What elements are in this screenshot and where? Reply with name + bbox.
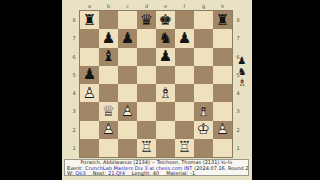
board-panel: abcdefgh abcdefgh 87654321 87654321 ♜♛♚♜…	[62, 0, 252, 180]
square-e6[interactable]: ♟	[156, 48, 175, 66]
square-g8[interactable]	[194, 11, 213, 29]
square-c2[interactable]	[118, 121, 137, 139]
file-label-top-b: b	[99, 2, 118, 9]
square-b4[interactable]	[99, 84, 118, 102]
white-queen-outline: ♕	[99, 102, 118, 120]
square-d4[interactable]	[137, 84, 156, 102]
square-a5[interactable]: ♟	[80, 66, 99, 84]
rank-label-left-5: 5	[69, 66, 79, 84]
file-label-top-a: a	[80, 2, 99, 9]
square-f6[interactable]	[175, 48, 194, 66]
black-pawn[interactable]: ♟	[80, 66, 99, 84]
square-f5[interactable]	[175, 66, 194, 84]
game-info-footer: Porwich, Abbilwanus (2134) -- Teichsen, …	[64, 159, 249, 176]
white-rook-outline: ♖	[175, 139, 194, 157]
rank-label-right-3: 3	[233, 102, 243, 120]
square-a3[interactable]	[80, 102, 99, 120]
square-a1[interactable]	[80, 139, 99, 157]
white-pawn[interactable]: ♟♙	[99, 121, 118, 139]
square-c7[interactable]: ♟	[118, 29, 137, 47]
white-king[interactable]: ♚♔	[194, 121, 213, 139]
black-queen[interactable]: ♛	[137, 11, 156, 29]
rank-label-left-1: 1	[69, 139, 79, 157]
square-g6[interactable]	[194, 48, 213, 66]
white-pawn-outline: ♙	[99, 121, 118, 139]
material-value: -1	[190, 171, 195, 176]
square-g1[interactable]	[194, 139, 213, 157]
black-pawn[interactable]: ♟	[99, 29, 118, 47]
square-f7[interactable]: ♟	[175, 29, 194, 47]
white-bishop[interactable]: ♝♗	[156, 84, 175, 102]
square-b5[interactable]	[99, 66, 118, 84]
next-move-link[interactable]: 21.Qf4	[108, 171, 125, 176]
square-c3[interactable]: ♟♙	[118, 102, 137, 120]
white-pawn[interactable]: ♟♙	[213, 121, 232, 139]
square-c6[interactable]	[118, 48, 137, 66]
square-d5[interactable]	[137, 66, 156, 84]
square-g7[interactable]	[194, 29, 213, 47]
square-b7[interactable]: ♟	[99, 29, 118, 47]
white-pawn-outline: ♙	[213, 121, 232, 139]
black-bishop-glyph: ♝	[99, 48, 118, 66]
square-h4[interactable]	[213, 84, 232, 102]
square-e4[interactable]: ♝♗	[156, 84, 175, 102]
square-e7[interactable]: ♞	[156, 29, 175, 47]
square-e3[interactable]	[156, 102, 175, 120]
white-rook-outline: ♖	[137, 139, 156, 157]
black-king[interactable]: ♚	[156, 11, 175, 29]
white-pawn[interactable]: ♟♙	[80, 84, 99, 102]
square-g3[interactable]: ♝♗	[194, 102, 213, 120]
rank-label-left-6: 6	[69, 48, 79, 66]
white-bishop[interactable]: ♝♗	[194, 102, 213, 120]
white-bishop-outline: ♗	[156, 84, 175, 102]
screenshot-stage: abcdefgh abcdefgh 87654321 87654321 ♜♛♚♜…	[0, 0, 320, 180]
rank-label-left-2: 2	[69, 121, 79, 139]
white-bishop-extra-icon: ♗	[238, 77, 247, 88]
black-pawn[interactable]: ♟	[175, 29, 194, 47]
side-to-move-label: W:	[67, 171, 73, 176]
square-d7[interactable]	[137, 29, 156, 47]
black-knight-glyph: ♞	[156, 29, 175, 47]
square-f3[interactable]	[175, 102, 194, 120]
file-label-top-e: e	[156, 2, 175, 9]
square-f2[interactable]	[175, 121, 194, 139]
square-h5[interactable]	[213, 66, 232, 84]
square-h6[interactable]	[213, 48, 232, 66]
black-rook[interactable]: ♜	[80, 11, 99, 29]
rank-label-right-7: 7	[233, 29, 243, 47]
square-h1[interactable]	[213, 139, 232, 157]
event-label: Event:	[67, 166, 83, 171]
black-rook-glyph: ♜	[80, 11, 99, 29]
chess-board[interactable]: ♜♛♚♜♟♟♞♟♝♟♟♟♙♝♗♛♕♟♙♝♗♟♙♚♔♟♙♜♖♜♖	[80, 11, 232, 157]
square-c8[interactable]	[118, 11, 137, 29]
current-move-link[interactable]: Qb3	[75, 171, 85, 176]
next-label: Next:	[93, 171, 106, 176]
square-a6[interactable]	[80, 48, 99, 66]
black-pawn-glyph: ♟	[118, 29, 137, 47]
file-label-top-g: g	[194, 2, 213, 9]
event-name-link[interactable]: CrunchLab Masters Div 3 at chess.com INT	[85, 166, 192, 171]
black-queen-glyph: ♛	[137, 11, 156, 29]
rank-labels-left: 87654321	[69, 11, 79, 157]
white-bishop-outline: ♗	[194, 102, 213, 120]
black-pawn[interactable]: ♟	[156, 48, 175, 66]
square-e8[interactable]: ♚	[156, 11, 175, 29]
rank-label-left-7: 7	[69, 29, 79, 47]
white-pawn-outline: ♙	[118, 102, 137, 120]
file-label-top-c: c	[118, 2, 137, 9]
square-e2[interactable]	[156, 121, 175, 139]
length-value: 40	[153, 171, 159, 176]
square-b6[interactable]: ♝	[99, 48, 118, 66]
square-b1[interactable]	[99, 139, 118, 157]
black-pawn-extra-icon: ♟	[238, 55, 247, 66]
square-g5[interactable]	[194, 66, 213, 84]
square-d3[interactable]	[137, 102, 156, 120]
black-knight[interactable]: ♞	[156, 29, 175, 47]
square-e5[interactable]	[156, 66, 175, 84]
file-label-top-h: h	[213, 2, 232, 9]
square-c5[interactable]	[118, 66, 137, 84]
square-b2[interactable]: ♟♙	[99, 121, 118, 139]
square-h8[interactable]: ♜	[213, 11, 232, 29]
square-d1[interactable]: ♜♖	[137, 139, 156, 157]
square-c4[interactable]	[118, 84, 137, 102]
square-g4[interactable]	[194, 84, 213, 102]
square-b8[interactable]	[99, 11, 118, 29]
rank-label-right-1: 1	[233, 139, 243, 157]
status-line: W:Qb3Next:21.Qf4Length:40Material:-1	[65, 171, 248, 177]
square-h3[interactable]	[213, 102, 232, 120]
black-knight-extra-icon: ♞	[238, 66, 247, 77]
square-a8[interactable]: ♜	[80, 11, 99, 29]
white-pawn-outline: ♙	[80, 84, 99, 102]
rank-label-right-8: 8	[233, 11, 243, 29]
square-a7[interactable]	[80, 29, 99, 47]
black-pawn-glyph: ♟	[156, 48, 175, 66]
square-f4[interactable]	[175, 84, 194, 102]
square-c1[interactable]	[118, 139, 137, 157]
black-rook-glyph: ♜	[213, 11, 232, 29]
black-king-glyph: ♚	[156, 11, 175, 29]
black-pawn[interactable]: ♟	[118, 29, 137, 47]
black-bishop[interactable]: ♝	[99, 48, 118, 66]
square-d8[interactable]: ♛	[137, 11, 156, 29]
black-pawn-glyph: ♟	[99, 29, 118, 47]
square-f8[interactable]	[175, 11, 194, 29]
square-d6[interactable]	[137, 48, 156, 66]
file-label-top-f: f	[175, 2, 194, 9]
rank-label-left-4: 4	[69, 84, 79, 102]
rank-label-right-2: 2	[233, 121, 243, 139]
event-detail: (2024.07.16, Round 2.1)	[194, 166, 248, 171]
square-d2[interactable]	[137, 121, 156, 139]
black-pawn-glyph: ♟	[175, 29, 194, 47]
length-label: Length:	[132, 171, 151, 176]
square-h7[interactable]	[213, 29, 232, 47]
white-pawn[interactable]: ♟♙	[118, 102, 137, 120]
rank-label-left-3: 3	[69, 102, 79, 120]
white-queen[interactable]: ♛♕	[99, 102, 118, 120]
material-label: Material:	[166, 171, 188, 176]
square-h2[interactable]: ♟♙	[213, 121, 232, 139]
file-label-top-d: d	[137, 2, 156, 9]
square-e1[interactable]	[156, 139, 175, 157]
black-rook[interactable]: ♜	[213, 11, 232, 29]
white-rook[interactable]: ♜♖	[175, 139, 194, 157]
square-a2[interactable]	[80, 121, 99, 139]
file-labels-top: abcdefgh	[80, 2, 232, 9]
square-g2[interactable]: ♚♔	[194, 121, 213, 139]
square-a4[interactable]: ♟♙	[80, 84, 99, 102]
rank-label-left-8: 8	[69, 11, 79, 29]
square-b3[interactable]: ♛♕	[99, 102, 118, 120]
white-rook[interactable]: ♜♖	[137, 139, 156, 157]
square-f1[interactable]: ♜♖	[175, 139, 194, 157]
black-pawn-glyph: ♟	[80, 66, 99, 84]
white-king-outline: ♔	[194, 121, 213, 139]
material-tray: ♟♞♗	[236, 55, 248, 88]
